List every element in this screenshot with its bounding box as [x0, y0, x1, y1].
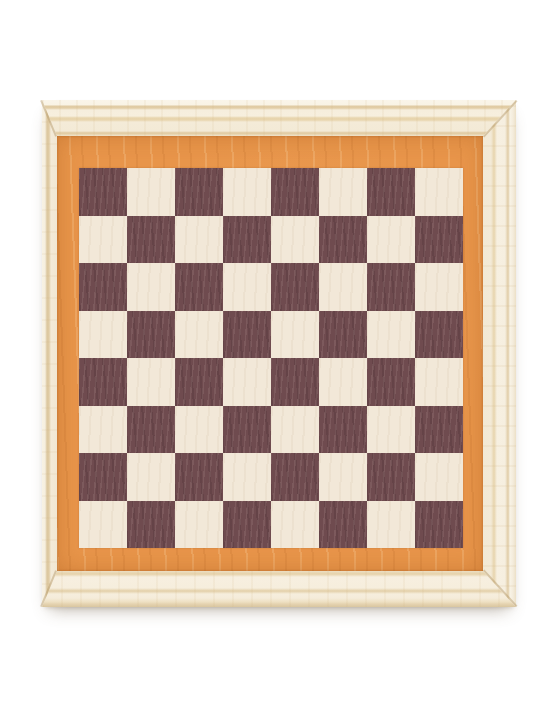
square-e3[interactable]	[271, 406, 319, 454]
square-g3[interactable]	[367, 406, 415, 454]
square-c3[interactable]	[175, 406, 223, 454]
square-d8[interactable]	[223, 168, 271, 216]
square-b3[interactable]	[127, 406, 175, 454]
square-a4[interactable]	[79, 358, 127, 406]
square-d7[interactable]	[223, 216, 271, 264]
square-d1[interactable]	[223, 501, 271, 549]
square-e4[interactable]	[271, 358, 319, 406]
square-d5[interactable]	[223, 311, 271, 359]
square-d3[interactable]	[223, 406, 271, 454]
square-f7[interactable]	[319, 216, 367, 264]
square-d6[interactable]	[223, 263, 271, 311]
square-h3[interactable]	[415, 406, 463, 454]
frame-mitre-seam	[483, 100, 518, 137]
square-f6[interactable]	[319, 263, 367, 311]
square-h8[interactable]	[415, 168, 463, 216]
square-c7[interactable]	[175, 216, 223, 264]
square-h6[interactable]	[415, 263, 463, 311]
square-c5[interactable]	[175, 311, 223, 359]
square-b8[interactable]	[127, 168, 175, 216]
square-a7[interactable]	[79, 216, 127, 264]
square-b6[interactable]	[127, 263, 175, 311]
square-f2[interactable]	[319, 453, 367, 501]
square-h4[interactable]	[415, 358, 463, 406]
square-b7[interactable]	[127, 216, 175, 264]
square-c6[interactable]	[175, 263, 223, 311]
frame-mitre-seam	[483, 570, 518, 607]
square-b2[interactable]	[127, 453, 175, 501]
square-e1[interactable]	[271, 501, 319, 549]
square-g6[interactable]	[367, 263, 415, 311]
square-g4[interactable]	[367, 358, 415, 406]
square-a3[interactable]	[79, 406, 127, 454]
square-a8[interactable]	[79, 168, 127, 216]
square-f8[interactable]	[319, 168, 367, 216]
frame-mitre-seam	[40, 100, 57, 137]
square-f4[interactable]	[319, 358, 367, 406]
wooden-game-board	[42, 100, 516, 607]
square-b4[interactable]	[127, 358, 175, 406]
square-g2[interactable]	[367, 453, 415, 501]
square-c2[interactable]	[175, 453, 223, 501]
checkerboard-grid	[79, 168, 463, 548]
square-h5[interactable]	[415, 311, 463, 359]
square-e5[interactable]	[271, 311, 319, 359]
photo-background	[0, 0, 540, 720]
square-d4[interactable]	[223, 358, 271, 406]
square-c1[interactable]	[175, 501, 223, 549]
square-e2[interactable]	[271, 453, 319, 501]
square-d2[interactable]	[223, 453, 271, 501]
square-a1[interactable]	[79, 501, 127, 549]
square-e6[interactable]	[271, 263, 319, 311]
square-a2[interactable]	[79, 453, 127, 501]
square-b5[interactable]	[127, 311, 175, 359]
square-g5[interactable]	[367, 311, 415, 359]
frame-mitre-seam	[40, 570, 57, 607]
square-g1[interactable]	[367, 501, 415, 549]
square-c8[interactable]	[175, 168, 223, 216]
square-a5[interactable]	[79, 311, 127, 359]
square-c4[interactable]	[175, 358, 223, 406]
square-f3[interactable]	[319, 406, 367, 454]
square-f5[interactable]	[319, 311, 367, 359]
square-g7[interactable]	[367, 216, 415, 264]
square-h2[interactable]	[415, 453, 463, 501]
square-h7[interactable]	[415, 216, 463, 264]
square-a6[interactable]	[79, 263, 127, 311]
square-g8[interactable]	[367, 168, 415, 216]
square-h1[interactable]	[415, 501, 463, 549]
square-b1[interactable]	[127, 501, 175, 549]
square-e8[interactable]	[271, 168, 319, 216]
square-e7[interactable]	[271, 216, 319, 264]
square-f1[interactable]	[319, 501, 367, 549]
